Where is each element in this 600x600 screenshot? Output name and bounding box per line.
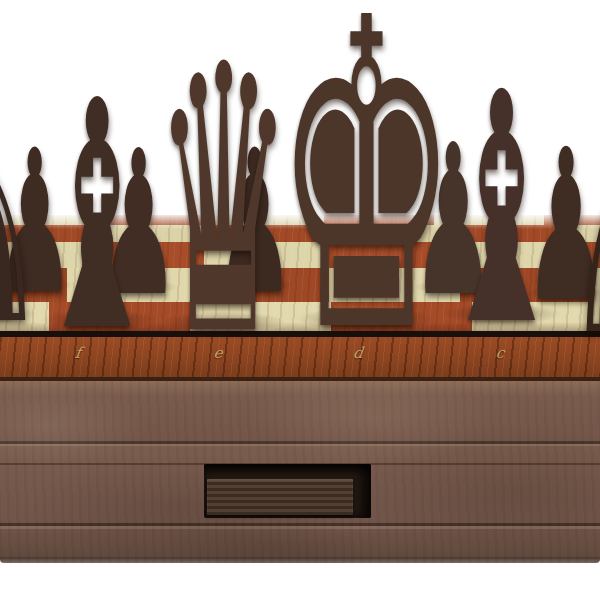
drawer-recess[interactable] xyxy=(204,464,371,518)
box-bottom-edge xyxy=(0,557,600,563)
box-front-lower-band xyxy=(0,529,600,557)
knight-glyph: ♞ xyxy=(557,86,600,376)
queen-glyph: ♛ xyxy=(154,17,293,386)
chess-box-photo: f e d c ♟ ♟ ♟ ♟ ♟ ♞ ♝ ♛ ♚ ♝ ♞ xyxy=(0,0,600,600)
bishop-glyph: ♝ xyxy=(33,60,160,375)
king-glyph: ♚ xyxy=(274,0,458,391)
drawer-handle[interactable] xyxy=(207,479,353,515)
